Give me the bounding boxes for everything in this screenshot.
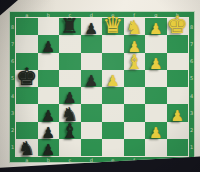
rank-label-right-3: 3: [188, 110, 195, 116]
file-label-bottom-c: c: [59, 157, 81, 163]
board-photo: aabbccddeeffgghh8877665544332211 ♜♟♛♞♟♚♟…: [0, 0, 200, 172]
piece-black-king-a5[interactable]: ♚: [16, 65, 38, 89]
piece-yellow-pawn-e5[interactable]: ♟: [102, 74, 124, 89]
board-mat: aabbccddeeffgghh8877665544332211 ♜♟♛♞♟♚♟…: [0, 0, 200, 172]
square-h5[interactable]: [167, 70, 189, 87]
rank-label-left-7: 7: [9, 41, 16, 47]
square-e2[interactable]: [102, 122, 124, 139]
square-f2[interactable]: [124, 122, 146, 139]
rank-label-left-5: 5: [9, 75, 16, 81]
square-d3[interactable]: [81, 104, 103, 121]
piece-black-pawn-b2[interactable]: ♟: [38, 126, 60, 141]
square-b8[interactable]: [38, 18, 60, 35]
rank-label-left-2: 2: [9, 127, 16, 133]
rank-label-right-2: 2: [188, 127, 195, 133]
square-h1[interactable]: [167, 139, 189, 156]
square-b4[interactable]: [38, 87, 60, 104]
square-c6[interactable]: [59, 53, 81, 70]
file-label-bottom-h: h: [167, 157, 189, 163]
piece-yellow-pawn-g6[interactable]: ♟: [145, 57, 167, 72]
piece-black-pawn-d8[interactable]: ♟: [81, 22, 103, 37]
file-label-top-g: g: [145, 12, 167, 18]
rank-label-left-1: 1: [9, 144, 16, 150]
file-label-bottom-g: g: [145, 157, 167, 163]
square-g4[interactable]: [145, 87, 167, 104]
rank-label-right-7: 7: [188, 41, 195, 47]
piece-black-pawn-b7[interactable]: ♟: [38, 40, 60, 55]
square-g3[interactable]: [145, 104, 167, 121]
square-h6[interactable]: [167, 53, 189, 70]
piece-black-bishop-c2[interactable]: ♝: [59, 121, 81, 141]
piece-black-pawn-b3[interactable]: ♟: [38, 109, 60, 124]
rank-label-left-6: 6: [9, 58, 16, 64]
square-c5[interactable]: [59, 70, 81, 87]
piece-yellow-king-h8[interactable]: ♚: [167, 13, 189, 37]
piece-black-rook-c8[interactable]: ♜: [59, 16, 81, 37]
piece-yellow-pawn-g2[interactable]: ♟: [145, 126, 167, 141]
square-e6[interactable]: [102, 53, 124, 70]
piece-black-knight-a1[interactable]: ♞: [16, 139, 38, 158]
rank-label-right-4: 4: [188, 93, 195, 99]
piece-black-pawn-d5[interactable]: ♟: [81, 74, 103, 89]
square-d2[interactable]: [81, 122, 103, 139]
square-b5[interactable]: [38, 70, 60, 87]
square-e1[interactable]: [102, 139, 124, 156]
file-label-top-d: d: [81, 12, 103, 18]
rank-label-right-5: 5: [188, 75, 195, 81]
square-a3[interactable]: [16, 104, 38, 121]
piece-yellow-pawn-h3[interactable]: ♟: [167, 109, 189, 124]
file-label-bottom-d: d: [81, 157, 103, 163]
file-label-bottom-f: f: [124, 157, 146, 163]
rank-label-right-6: 6: [188, 58, 195, 64]
square-e3[interactable]: [102, 104, 124, 121]
rank-label-left-8: 8: [9, 24, 16, 30]
piece-yellow-knight-f8[interactable]: ♞: [124, 18, 146, 37]
square-h4[interactable]: [167, 87, 189, 104]
square-d1[interactable]: [81, 139, 103, 156]
file-label-bottom-e: e: [102, 157, 124, 163]
square-f3[interactable]: [124, 104, 146, 121]
square-a8[interactable]: [16, 18, 38, 35]
piece-yellow-bishop-f6[interactable]: ♝: [124, 52, 146, 72]
rank-label-left-3: 3: [9, 110, 16, 116]
file-label-top-b: b: [38, 12, 60, 18]
square-f4[interactable]: [124, 87, 146, 104]
piece-black-pawn-b1[interactable]: ♟: [38, 143, 60, 158]
square-f1[interactable]: [124, 139, 146, 156]
rank-label-right-8: 8: [188, 24, 195, 30]
square-d6[interactable]: [81, 53, 103, 70]
rank-label-right-1: 1: [188, 144, 195, 150]
rank-label-left-4: 4: [9, 93, 16, 99]
square-a7[interactable]: [16, 35, 38, 52]
file-label-top-a: a: [16, 12, 38, 18]
piece-yellow-pawn-g8[interactable]: ♟: [145, 22, 167, 37]
piece-yellow-queen-e8[interactable]: ♛: [102, 14, 124, 37]
